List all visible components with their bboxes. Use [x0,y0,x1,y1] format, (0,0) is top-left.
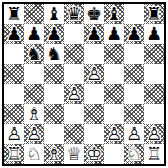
piece-glyph: ♖ [6,144,22,164]
piece-glyph: ♟ [46,24,62,44]
square-e1[interactable]: ♚♔ [84,144,104,164]
piece-glyph: ♔ [86,144,102,164]
square-g3[interactable] [124,104,144,124]
square-c1[interactable]: ♝♗ [44,144,64,164]
square-d2[interactable] [64,124,84,144]
square-a1[interactable]: ♜♖ [4,144,24,164]
piece-glyph: ♙ [86,64,102,84]
square-d3[interactable] [64,104,84,124]
piece-black-pawn[interactable]: ♟♟ [4,24,24,44]
square-c6[interactable]: ♞♞ [44,44,64,64]
square-g7[interactable]: ♟♟ [124,24,144,44]
piece-glyph: ♙ [126,124,142,144]
square-h1[interactable]: ♜♖ [144,144,164,164]
piece-glyph: ♟ [6,24,22,44]
square-d8[interactable]: ♛♛ [64,4,84,24]
square-f2[interactable]: ♟♙ [104,124,124,144]
square-g5[interactable] [124,64,144,84]
square-e8[interactable]: ♚♚ [84,4,104,24]
square-g1[interactable]: ♞♘ [124,144,144,164]
square-f8[interactable]: ♝♝ [104,4,124,24]
square-c7[interactable]: ♟♟ [44,24,64,44]
square-a3[interactable] [4,104,24,124]
square-c2[interactable] [44,124,64,144]
piece-glyph: ♜ [6,4,22,24]
square-f4[interactable] [104,84,124,104]
square-b7[interactable]: ♟♟ [24,24,44,44]
square-e3[interactable] [84,104,104,124]
square-a8[interactable]: ♜♜ [4,4,24,24]
square-b5[interactable] [24,64,44,84]
square-b3[interactable]: ♝♗ [24,104,44,124]
square-g2[interactable]: ♟♙ [124,124,144,144]
square-c8[interactable]: ♝♝ [44,4,64,24]
piece-glyph: ♕ [66,144,82,164]
piece-white-knight[interactable]: ♞♘ [24,144,44,164]
piece-black-knight[interactable]: ♞♞ [24,44,44,64]
piece-glyph: ♙ [66,84,82,104]
piece-glyph: ♙ [6,124,22,144]
piece-white-pawn[interactable]: ♟♙ [124,124,144,144]
piece-black-pawn[interactable]: ♟♟ [124,24,144,44]
square-h6[interactable] [144,44,164,64]
square-h2[interactable]: ♟♙ [144,124,164,144]
piece-glyph: ♘ [26,144,42,164]
piece-glyph: ♛ [66,4,82,24]
square-e7[interactable]: ♟♟ [84,24,104,44]
piece-glyph: ♟ [86,24,102,44]
square-a4[interactable] [4,84,24,104]
piece-black-bishop[interactable]: ♝♝ [104,4,124,24]
piece-glyph: ♞ [46,44,62,64]
square-c3[interactable] [44,104,64,124]
square-b1[interactable]: ♞♘ [24,144,44,164]
piece-black-knight[interactable]: ♞♞ [44,44,64,64]
piece-glyph: ♖ [146,144,162,164]
square-h7[interactable]: ♟♟ [144,24,164,44]
square-e4[interactable] [84,84,104,104]
square-g4[interactable] [124,84,144,104]
square-h5[interactable] [144,64,164,84]
chess-board: ♜♜♝♝♛♛♚♚♝♝♜♜♟♟♟♟♟♟♟♟♟♟♟♟♟♟♞♞♞♞♟♙♟♙♝♗♟♙♟♙… [4,4,164,164]
square-f1[interactable] [104,144,124,164]
board-frame: ♜♜♝♝♛♛♚♚♝♝♜♜♟♟♟♟♟♟♟♟♟♟♟♟♟♟♞♞♞♞♟♙♟♙♝♗♟♙♟♙… [2,2,166,166]
piece-glyph: ♟ [146,24,162,44]
square-e5[interactable]: ♟♙ [84,64,104,84]
piece-glyph: ♙ [106,124,122,144]
square-d5[interactable] [64,64,84,84]
square-a6[interactable] [4,44,24,64]
square-h3[interactable] [144,104,164,124]
piece-black-queen[interactable]: ♛♛ [64,4,84,24]
piece-black-pawn[interactable]: ♟♟ [24,24,44,44]
piece-white-bishop[interactable]: ♝♗ [24,104,44,124]
square-a2[interactable]: ♟♙ [4,124,24,144]
square-b2[interactable]: ♟♙ [24,124,44,144]
piece-black-pawn[interactable]: ♟♟ [104,24,124,44]
piece-black-king[interactable]: ♚♚ [84,4,104,24]
square-h8[interactable]: ♜♜ [144,4,164,24]
square-e2[interactable] [84,124,104,144]
square-b4[interactable] [24,84,44,104]
piece-black-bishop[interactable]: ♝♝ [44,4,64,24]
square-d4[interactable]: ♟♙ [64,84,84,104]
piece-white-pawn[interactable]: ♟♙ [144,124,164,144]
square-d7[interactable] [64,24,84,44]
square-d1[interactable]: ♛♕ [64,144,84,164]
square-b6[interactable]: ♞♞ [24,44,44,64]
piece-glyph: ♟ [106,24,122,44]
piece-glyph: ♜ [146,4,162,24]
piece-black-rook[interactable]: ♜♜ [144,4,164,24]
piece-glyph: ♘ [126,144,142,164]
square-a5[interactable] [4,64,24,84]
piece-glyph: ♗ [46,144,62,164]
square-g6[interactable] [124,44,144,64]
piece-white-pawn[interactable]: ♟♙ [4,124,24,144]
piece-white-pawn[interactable]: ♟♙ [24,124,44,144]
piece-black-rook[interactable]: ♜♜ [4,4,24,24]
piece-white-rook[interactable]: ♜♖ [4,144,24,164]
piece-glyph: ♝ [46,4,62,24]
square-f6[interactable] [104,44,124,64]
square-f3[interactable] [104,104,124,124]
piece-glyph: ♟ [126,24,142,44]
piece-glyph: ♞ [26,44,42,64]
piece-white-rook[interactable]: ♜♖ [144,144,164,164]
piece-glyph: ♗ [26,104,42,124]
piece-white-king[interactable]: ♚♔ [84,144,104,164]
square-e6[interactable] [84,44,104,64]
piece-white-bishop[interactable]: ♝♗ [44,144,64,164]
square-g8[interactable] [124,4,144,24]
piece-white-pawn[interactable]: ♟♙ [64,84,84,104]
piece-glyph: ♚ [86,4,102,24]
square-f5[interactable] [104,64,124,84]
chess-diagram: ♜♜♝♝♛♛♚♚♝♝♜♜♟♟♟♟♟♟♟♟♟♟♟♟♟♟♞♞♞♞♟♙♟♙♝♗♟♙♟♙… [0,0,168,168]
square-d6[interactable] [64,44,84,64]
piece-glyph: ♙ [26,124,42,144]
piece-black-pawn[interactable]: ♟♟ [144,24,164,44]
piece-white-pawn[interactable]: ♟♙ [104,124,124,144]
piece-white-queen[interactable]: ♛♕ [64,144,84,164]
square-h4[interactable] [144,84,164,104]
square-c5[interactable] [44,64,64,84]
piece-white-pawn[interactable]: ♟♙ [84,64,104,84]
piece-glyph: ♟ [26,24,42,44]
piece-glyph: ♙ [146,124,162,144]
square-b8[interactable] [24,4,44,24]
piece-glyph: ♝ [106,4,122,24]
square-c4[interactable] [44,84,64,104]
square-a7[interactable]: ♟♟ [4,24,24,44]
piece-white-knight[interactable]: ♞♘ [124,144,144,164]
square-f7[interactable]: ♟♟ [104,24,124,44]
piece-black-pawn[interactable]: ♟♟ [44,24,64,44]
piece-black-pawn[interactable]: ♟♟ [84,24,104,44]
